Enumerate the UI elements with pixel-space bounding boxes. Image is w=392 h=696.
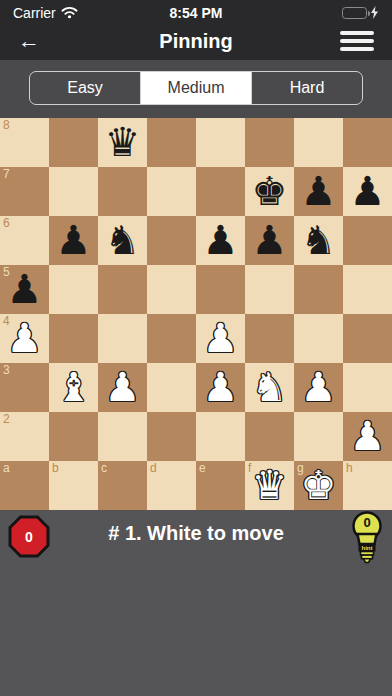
square-d5[interactable] bbox=[147, 265, 196, 314]
piece-black-pawn: ♟ bbox=[294, 167, 343, 216]
hamburger-menu-icon[interactable] bbox=[334, 31, 374, 51]
square-e7[interactable] bbox=[196, 167, 245, 216]
square-e6[interactable]: ♟ bbox=[196, 216, 245, 265]
square-f6[interactable]: ♟ bbox=[245, 216, 294, 265]
piece-black-queen: ♛ bbox=[98, 118, 147, 167]
square-a5[interactable]: 5♟ bbox=[0, 265, 49, 314]
square-h5[interactable] bbox=[343, 265, 392, 314]
square-h3[interactable] bbox=[343, 363, 392, 412]
piece-white-queen: ♛ bbox=[245, 461, 294, 510]
square-g8[interactable] bbox=[294, 118, 343, 167]
square-b6[interactable]: ♟ bbox=[49, 216, 98, 265]
wifi-icon bbox=[61, 6, 78, 19]
piece-black-pawn: ♟ bbox=[245, 216, 294, 265]
piece-white-pawn: ♟ bbox=[196, 314, 245, 363]
square-g1[interactable]: g♚ bbox=[294, 461, 343, 510]
square-b7[interactable] bbox=[49, 167, 98, 216]
square-a4[interactable]: 4♟ bbox=[0, 314, 49, 363]
square-g6[interactable]: ♞ bbox=[294, 216, 343, 265]
square-c8[interactable]: ♛ bbox=[98, 118, 147, 167]
bottom-bar: 0 # 1. White to move 0 hint bbox=[0, 510, 392, 696]
puzzle-caption: # 1. White to move bbox=[0, 510, 392, 545]
square-f2[interactable] bbox=[245, 412, 294, 461]
piece-black-knight: ♞ bbox=[98, 216, 147, 265]
rank-label-8: 8 bbox=[3, 119, 10, 132]
square-c7[interactable] bbox=[98, 167, 147, 216]
piece-black-pawn: ♟ bbox=[49, 216, 98, 265]
square-f8[interactable] bbox=[245, 118, 294, 167]
charging-bolt-icon bbox=[370, 6, 379, 19]
file-label-h: h bbox=[346, 462, 353, 475]
square-a3[interactable]: 3 bbox=[0, 363, 49, 412]
rank-label-2: 2 bbox=[3, 413, 10, 426]
square-d3[interactable] bbox=[147, 363, 196, 412]
hint-label-text: hint bbox=[362, 545, 373, 551]
square-h1[interactable]: h bbox=[343, 461, 392, 510]
carrier-label: Carrier bbox=[13, 5, 56, 21]
square-g5[interactable] bbox=[294, 265, 343, 314]
square-c3[interactable]: ♟ bbox=[98, 363, 147, 412]
square-e1[interactable]: e bbox=[196, 461, 245, 510]
square-f4[interactable] bbox=[245, 314, 294, 363]
piece-black-pawn: ♟ bbox=[196, 216, 245, 265]
square-b1[interactable]: b bbox=[49, 461, 98, 510]
file-label-e: e bbox=[199, 462, 206, 475]
piece-black-knight: ♞ bbox=[294, 216, 343, 265]
square-f5[interactable] bbox=[245, 265, 294, 314]
square-e4[interactable]: ♟ bbox=[196, 314, 245, 363]
rank-label-4: 4 bbox=[3, 315, 10, 328]
square-f7[interactable]: ♚ bbox=[245, 167, 294, 216]
tab-easy[interactable]: Easy bbox=[30, 72, 140, 104]
rank-label-7: 7 bbox=[3, 168, 10, 181]
square-c6[interactable]: ♞ bbox=[98, 216, 147, 265]
square-a2[interactable]: 2 bbox=[0, 412, 49, 461]
chess-board: 8♛7♚♟♟6♟♞♟♟♞5♟4♟♟3♝♟♟♞♟2♟abcdef♛g♚h bbox=[0, 118, 392, 510]
file-label-c: c bbox=[101, 462, 107, 475]
square-g2[interactable] bbox=[294, 412, 343, 461]
wrong-counter-badge[interactable]: 0 bbox=[8, 515, 50, 563]
file-label-d: d bbox=[150, 462, 157, 475]
piece-black-pawn: ♟ bbox=[343, 167, 392, 216]
file-label-g: g bbox=[297, 462, 304, 475]
piece-white-bishop: ♝ bbox=[49, 363, 98, 412]
wrong-counter-value: 0 bbox=[25, 529, 33, 545]
square-c2[interactable] bbox=[98, 412, 147, 461]
difficulty-section: Easy Medium Hard bbox=[0, 60, 392, 118]
tab-hard[interactable]: Hard bbox=[251, 72, 362, 104]
square-d2[interactable] bbox=[147, 412, 196, 461]
square-b2[interactable] bbox=[49, 412, 98, 461]
square-e2[interactable] bbox=[196, 412, 245, 461]
square-b8[interactable] bbox=[49, 118, 98, 167]
square-a7[interactable]: 7 bbox=[0, 167, 49, 216]
piece-white-pawn: ♟ bbox=[98, 363, 147, 412]
square-d6[interactable] bbox=[147, 216, 196, 265]
square-d7[interactable] bbox=[147, 167, 196, 216]
file-label-b: b bbox=[52, 462, 59, 475]
rank-label-3: 3 bbox=[3, 364, 10, 377]
page-title: Pinning bbox=[58, 30, 334, 53]
top-bar: Carrier 8:54 PM ← Pinning bbox=[0, 0, 392, 60]
square-a8[interactable]: 8 bbox=[0, 118, 49, 167]
square-g4[interactable] bbox=[294, 314, 343, 363]
square-b3[interactable]: ♝ bbox=[49, 363, 98, 412]
clock: 8:54 PM bbox=[135, 5, 257, 21]
hint-counter-value: 0 bbox=[363, 515, 370, 530]
square-e3[interactable]: ♟ bbox=[196, 363, 245, 412]
square-h2[interactable]: ♟ bbox=[343, 412, 392, 461]
piece-white-knight: ♞ bbox=[245, 363, 294, 412]
piece-white-pawn: ♟ bbox=[294, 363, 343, 412]
difficulty-tabs: Easy Medium Hard bbox=[29, 71, 363, 105]
rank-label-5: 5 bbox=[3, 266, 10, 279]
square-f3[interactable]: ♞ bbox=[245, 363, 294, 412]
file-label-a: a bbox=[3, 462, 10, 475]
square-b4[interactable] bbox=[49, 314, 98, 363]
square-f1[interactable]: f♛ bbox=[245, 461, 294, 510]
square-e8[interactable] bbox=[196, 118, 245, 167]
file-label-f: f bbox=[248, 462, 251, 475]
square-a1[interactable]: a bbox=[0, 461, 49, 510]
battery-icon bbox=[342, 7, 367, 19]
square-c4[interactable] bbox=[98, 314, 147, 363]
square-d8[interactable] bbox=[147, 118, 196, 167]
back-button[interactable]: ← bbox=[18, 28, 58, 54]
tab-medium[interactable]: Medium bbox=[140, 72, 251, 104]
square-c5[interactable] bbox=[98, 265, 147, 314]
piece-white-pawn: ♟ bbox=[343, 412, 392, 461]
square-c1[interactable]: c bbox=[98, 461, 147, 510]
square-h4[interactable] bbox=[343, 314, 392, 363]
square-d1[interactable]: d bbox=[147, 461, 196, 510]
square-a6[interactable]: 6 bbox=[0, 216, 49, 265]
square-d4[interactable] bbox=[147, 314, 196, 363]
status-bar: Carrier 8:54 PM bbox=[0, 0, 392, 22]
square-e5[interactable] bbox=[196, 265, 245, 314]
square-h6[interactable] bbox=[343, 216, 392, 265]
square-h8[interactable] bbox=[343, 118, 392, 167]
hint-bulb-button[interactable]: 0 hint bbox=[345, 510, 389, 570]
header: ← Pinning bbox=[0, 22, 392, 60]
rank-label-6: 6 bbox=[3, 217, 10, 230]
square-b5[interactable] bbox=[49, 265, 98, 314]
piece-white-pawn: ♟ bbox=[196, 363, 245, 412]
piece-black-king: ♚ bbox=[245, 167, 294, 216]
square-g7[interactable]: ♟ bbox=[294, 167, 343, 216]
square-h7[interactable]: ♟ bbox=[343, 167, 392, 216]
square-g3[interactable]: ♟ bbox=[294, 363, 343, 412]
